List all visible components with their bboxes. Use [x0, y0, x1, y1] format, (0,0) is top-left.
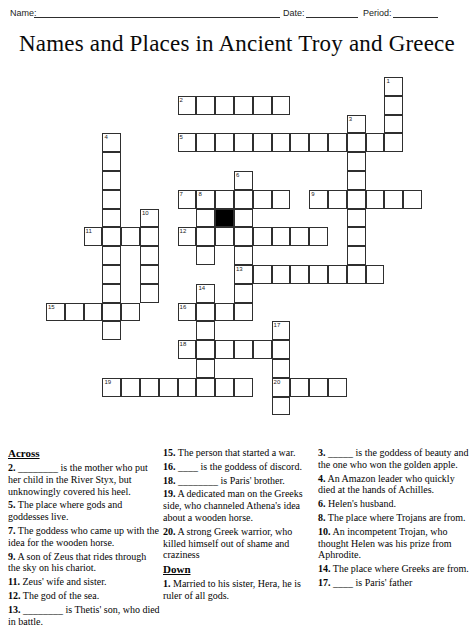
grid-cell[interactable]: 7	[178, 190, 197, 209]
grid-cell[interactable]: 4	[102, 133, 121, 152]
grid-cell[interactable]: 5	[178, 133, 197, 152]
grid-cell[interactable]	[234, 227, 253, 246]
grid-cell[interactable]	[290, 378, 309, 397]
clue-column-left: Across2. ________ is the mother who put …	[8, 447, 160, 629]
grid-cell[interactable]	[196, 303, 215, 322]
clue-across-12: 12. The god of the sea.	[8, 590, 160, 602]
grid-cell[interactable]	[272, 340, 291, 359]
crossword-worksheet: Name: Date: Period: Names and Places in …	[0, 0, 474, 629]
clue-down-8: 8. The place where Trojans are from.	[318, 512, 470, 524]
grid-cell[interactable]	[196, 378, 215, 397]
clue-across-13: 13. ________ is Thetis' son, who died in…	[8, 604, 160, 628]
grid-cell[interactable]	[234, 303, 253, 322]
grid-cell[interactable]	[272, 96, 291, 115]
clue-number: 5	[180, 134, 183, 141]
clue-number: 16	[180, 304, 187, 311]
grid-cell[interactable]	[234, 190, 253, 209]
grid-cell[interactable]	[384, 190, 403, 209]
clue-number: 10	[142, 210, 149, 217]
clue-down-4: 4. An Amazon leader who quickly died at …	[318, 473, 470, 497]
grid-cell[interactable]	[347, 209, 366, 228]
grid-cell[interactable]	[196, 133, 215, 152]
grid-cell[interactable]	[121, 378, 140, 397]
grid-cell[interactable]	[140, 378, 159, 397]
grid-cell[interactable]	[290, 227, 309, 246]
clue-down-6: 6. Helen's husband.	[318, 498, 470, 510]
clue-across-5: 5. The place where gods and goddesses li…	[8, 499, 160, 523]
grid-cell[interactable]	[196, 246, 215, 265]
grid-cell[interactable]	[253, 190, 272, 209]
clue-across-20: 20. A strong Greek warrior, who killed h…	[163, 526, 315, 561]
grid-cell[interactable]: 2	[178, 96, 197, 115]
period-input[interactable]	[393, 5, 438, 18]
clue-down-10: 10. An incompetent Trojan, who thought H…	[318, 526, 470, 561]
clue-number: 19	[104, 379, 111, 386]
grid-cell[interactable]	[272, 227, 291, 246]
grid-cell[interactable]: 18	[178, 340, 197, 359]
grid-cell[interactable]: 3	[347, 115, 366, 134]
clue-down-1: 1. Married to his sister, Hera, he is ru…	[163, 578, 315, 602]
grid-cell[interactable]	[347, 152, 366, 171]
grid-cell[interactable]	[347, 171, 366, 190]
clue-column-right: 3. _____ is the goddess of beauty and th…	[318, 447, 470, 591]
grid-cell[interactable]	[102, 171, 121, 190]
clue-number: 11	[86, 228, 92, 235]
grid-cell[interactable]	[196, 340, 215, 359]
clue-number: 15	[48, 304, 55, 311]
grid-cell[interactable]: 8	[196, 190, 215, 209]
grid-cell[interactable]	[215, 378, 234, 397]
clue-number: 4	[104, 134, 107, 141]
grid-cell[interactable]	[309, 265, 328, 284]
grid-cell[interactable]	[253, 265, 272, 284]
clue-number: 12	[180, 228, 187, 235]
grid-cell[interactable]	[121, 303, 140, 322]
grid-cell[interactable]	[102, 265, 121, 284]
date-input[interactable]	[306, 5, 358, 18]
grid-cell[interactable]	[234, 378, 253, 397]
grid-cell[interactable]	[215, 303, 234, 322]
grid-cell[interactable]	[272, 359, 291, 378]
grid-cell[interactable]	[140, 284, 159, 303]
clue-number: 1	[386, 78, 389, 85]
grid-cell[interactable]	[347, 227, 366, 246]
grid-cell[interactable]	[215, 227, 234, 246]
grid-cell[interactable]	[347, 246, 366, 265]
grid-cell[interactable]	[196, 321, 215, 340]
grid-cell[interactable]: 10	[140, 209, 159, 228]
grid-cell[interactable]	[272, 397, 291, 416]
grid-cell[interactable]	[65, 303, 84, 322]
grid-cell[interactable]	[366, 190, 385, 209]
clue-number: 7	[180, 191, 183, 198]
grid-cell[interactable]	[272, 133, 291, 152]
grid-cell[interactable]	[384, 133, 403, 152]
grid-cell[interactable]	[121, 227, 140, 246]
down-header: Down	[163, 563, 315, 576]
clue-number: 18	[180, 341, 187, 348]
grid-cell[interactable]	[140, 227, 159, 246]
name-input[interactable]	[34, 5, 280, 18]
grid-cell[interactable]	[234, 284, 253, 303]
grid-cell[interactable]	[328, 190, 347, 209]
grid-cell[interactable]	[234, 96, 253, 115]
grid-cell[interactable]	[366, 133, 385, 152]
grid-cell[interactable]: 11	[84, 227, 103, 246]
grid-cell[interactable]	[366, 265, 385, 284]
clue-number: 8	[198, 191, 201, 198]
grid-cell[interactable]	[178, 378, 197, 397]
grid-cell[interactable]	[196, 359, 215, 378]
grid-cell[interactable]	[290, 133, 309, 152]
grid-cell[interactable]	[253, 96, 272, 115]
grid-cell[interactable]: 6	[234, 171, 253, 190]
clue-across-16: 16. ____ is the goddess of discord.	[163, 461, 315, 473]
grid-cell[interactable]	[196, 227, 215, 246]
clue-number: 9	[311, 191, 314, 198]
grid-cell[interactable]	[102, 152, 121, 171]
grid-cell[interactable]	[272, 190, 291, 209]
clue-across-7: 7. The goddess who came up with the idea…	[8, 525, 160, 549]
grid-cell[interactable]	[403, 190, 422, 209]
grid-cell[interactable]	[102, 303, 121, 322]
grid-cell[interactable]	[384, 96, 403, 115]
grid-cell[interactable]	[84, 303, 103, 322]
grid-cell[interactable]	[159, 378, 178, 397]
grid-cell[interactable]	[102, 246, 121, 265]
grid-cell[interactable]	[140, 246, 159, 265]
clue-across-2: 2. ________ is the mother who put her ch…	[8, 462, 160, 497]
grid-cell[interactable]: 16	[178, 303, 197, 322]
grid-cell[interactable]: 17	[272, 321, 291, 340]
clue-column-middle: 15. The person that started a war.16. __…	[163, 447, 315, 604]
grid-cell[interactable]	[328, 133, 347, 152]
grid-cell[interactable]	[234, 133, 253, 152]
clue-number: 20	[274, 379, 281, 386]
grid-cell[interactable]	[309, 378, 328, 397]
clue-number: 2	[180, 97, 183, 104]
grid-cell[interactable]	[215, 340, 234, 359]
grid-cell[interactable]: 1	[384, 77, 403, 96]
grid-cell[interactable]	[328, 265, 347, 284]
grid-cell[interactable]: 20	[272, 378, 291, 397]
clue-across-15: 15. The person that started a war.	[163, 447, 315, 459]
grid-cell[interactable]	[215, 133, 234, 152]
grid-cell[interactable]	[290, 265, 309, 284]
clue-across-19: 19. A dedicated man on the Greeks side, …	[163, 488, 315, 523]
grid-cell[interactable]	[196, 209, 215, 228]
grid-cell[interactable]	[347, 265, 366, 284]
grid-cell[interactable]	[215, 96, 234, 115]
clue-down-3: 3. _____ is the goddess of beauty and th…	[318, 447, 470, 471]
grid-cell[interactable]	[234, 340, 253, 359]
clue-number: 6	[236, 172, 239, 179]
grid-cell[interactable]	[140, 265, 159, 284]
grid-cell[interactable]	[309, 133, 328, 152]
clue-down-14: 14. The place where Greeks are from.	[318, 563, 470, 575]
clue-number: 14	[198, 285, 205, 292]
grid-cell[interactable]	[253, 340, 272, 359]
clue-number: 13	[236, 266, 243, 273]
grid-cell[interactable]: 15	[46, 303, 65, 322]
grid-cell[interactable]	[272, 265, 291, 284]
grid-cell[interactable]: 9	[309, 190, 328, 209]
clue-number: 17	[274, 322, 281, 329]
name-label: Name:	[10, 8, 37, 18]
period-label: Period:	[363, 8, 392, 18]
grid-cell[interactable]	[102, 321, 121, 340]
grid-cell[interactable]	[347, 190, 366, 209]
black-cell	[215, 209, 234, 228]
clue-number: 3	[349, 116, 352, 123]
grid-cell[interactable]	[309, 227, 328, 246]
across-header: Across	[8, 447, 160, 460]
grid-cell[interactable]	[102, 284, 121, 303]
grid-cell[interactable]	[253, 227, 272, 246]
clue-down-17: 17. ____ is Paris' father	[318, 577, 470, 589]
grid-cell[interactable]	[196, 96, 215, 115]
clue-across-11: 11. Zeus' wife and sister.	[8, 576, 160, 588]
clue-across-9: 9. A son of Zeus that rides through the …	[8, 551, 160, 575]
grid-cell[interactable]: 13	[234, 265, 253, 284]
grid-cell[interactable]	[234, 246, 253, 265]
grid-cell[interactable]: 12	[178, 227, 197, 246]
grid-cell[interactable]: 14	[196, 284, 215, 303]
clue-across-18: 18. ________ is Paris' brother.	[163, 475, 315, 487]
grid-cell[interactable]	[215, 190, 234, 209]
grid-cell[interactable]	[253, 133, 272, 152]
grid-cell[interactable]	[347, 133, 366, 152]
grid-cell[interactable]	[234, 209, 253, 228]
grid-cell[interactable]: 19	[102, 378, 121, 397]
crossword-grid: 1234567891011121314151617181920	[46, 77, 442, 417]
page-title: Names and Places in Ancient Troy and Gre…	[0, 31, 474, 57]
date-label: Date:	[283, 8, 305, 18]
grid-cell[interactable]	[102, 227, 121, 246]
grid-cell[interactable]	[384, 115, 403, 134]
grid-cell[interactable]	[102, 190, 121, 209]
grid-cell[interactable]	[328, 378, 347, 397]
grid-cell[interactable]	[102, 209, 121, 228]
